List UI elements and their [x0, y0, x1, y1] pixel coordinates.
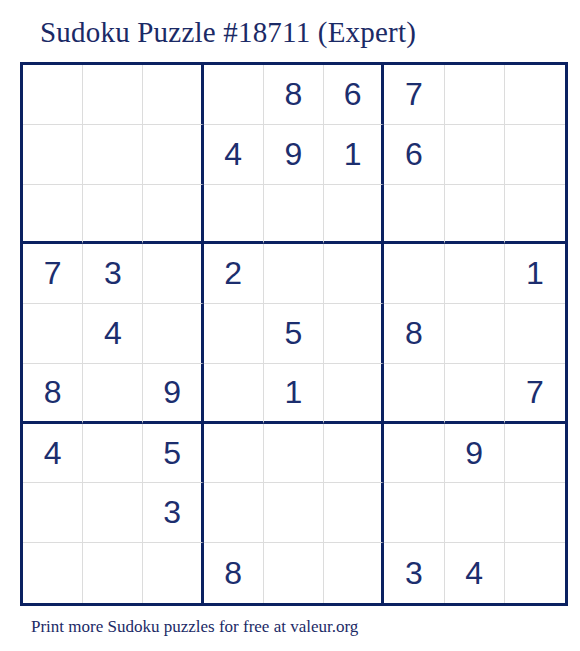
cell-r1c6: 6 [324, 65, 384, 125]
cell-r8c7[interactable] [384, 483, 444, 543]
given-digit: 1 [285, 374, 303, 411]
cell-r7c1: 4 [23, 424, 83, 484]
given-digit: 3 [104, 255, 122, 292]
cell-r3c4[interactable] [204, 185, 264, 245]
cell-r8c8[interactable] [445, 483, 505, 543]
cell-r2c7: 6 [384, 125, 444, 185]
given-digit: 4 [104, 315, 122, 352]
cell-r5c3[interactable] [143, 304, 203, 364]
cell-r9c4: 8 [204, 543, 264, 603]
cell-r4c6[interactable] [324, 244, 384, 304]
cell-r6c9: 7 [505, 364, 565, 424]
given-digit: 6 [344, 76, 362, 113]
cell-r5c1[interactable] [23, 304, 83, 364]
cell-r3c2[interactable] [83, 185, 143, 245]
cell-r1c1[interactable] [23, 65, 83, 125]
cell-r6c7[interactable] [384, 364, 444, 424]
cell-r5c7: 8 [384, 304, 444, 364]
cell-r4c1: 7 [23, 244, 83, 304]
given-digit: 8 [405, 315, 423, 352]
cell-r5c4[interactable] [204, 304, 264, 364]
cell-r4c5[interactable] [264, 244, 324, 304]
cell-r3c9[interactable] [505, 185, 565, 245]
cell-r2c5: 9 [264, 125, 324, 185]
cell-r8c3: 3 [143, 483, 203, 543]
cell-r3c8[interactable] [445, 185, 505, 245]
cell-r9c8: 4 [445, 543, 505, 603]
cell-r1c2[interactable] [83, 65, 143, 125]
cell-r4c9: 1 [505, 244, 565, 304]
cell-r3c7[interactable] [384, 185, 444, 245]
cell-r8c6[interactable] [324, 483, 384, 543]
cell-r4c2: 3 [83, 244, 143, 304]
cell-r3c3[interactable] [143, 185, 203, 245]
given-digit: 1 [526, 255, 544, 292]
cell-r9c3[interactable] [143, 543, 203, 603]
cell-r7c2[interactable] [83, 424, 143, 484]
cell-r2c2[interactable] [83, 125, 143, 185]
given-digit: 7 [526, 374, 544, 411]
cell-r4c4: 2 [204, 244, 264, 304]
cell-r8c5[interactable] [264, 483, 324, 543]
cell-r8c2[interactable] [83, 483, 143, 543]
cell-r3c5[interactable] [264, 185, 324, 245]
given-digit: 5 [163, 435, 181, 472]
cell-r7c7[interactable] [384, 424, 444, 484]
cell-r6c1: 8 [23, 364, 83, 424]
cell-r8c9[interactable] [505, 483, 565, 543]
cell-r1c9[interactable] [505, 65, 565, 125]
cell-r7c3: 5 [143, 424, 203, 484]
cell-r9c5[interactable] [264, 543, 324, 603]
cell-r7c5[interactable] [264, 424, 324, 484]
given-digit: 6 [405, 136, 423, 173]
cell-r2c8[interactable] [445, 125, 505, 185]
cell-r9c6[interactable] [324, 543, 384, 603]
given-digit: 4 [44, 435, 62, 472]
given-digit: 5 [285, 315, 303, 352]
cell-r3c6[interactable] [324, 185, 384, 245]
cell-r9c2[interactable] [83, 543, 143, 603]
cell-r8c1[interactable] [23, 483, 83, 543]
given-digit: 4 [224, 136, 242, 173]
cell-r5c2: 4 [83, 304, 143, 364]
cell-r9c7: 3 [384, 543, 444, 603]
cell-r1c8[interactable] [445, 65, 505, 125]
cell-r6c6[interactable] [324, 364, 384, 424]
cell-r1c3[interactable] [143, 65, 203, 125]
footer-text: Print more Sudoku puzzles for free at va… [31, 617, 358, 637]
given-digit: 1 [344, 136, 362, 173]
cell-r6c2[interactable] [83, 364, 143, 424]
given-digit: 7 [44, 255, 62, 292]
cell-r1c7: 7 [384, 65, 444, 125]
cell-r7c8: 9 [445, 424, 505, 484]
sudoku-page: Sudoku Puzzle #18711 (Expert) 8674916732… [0, 0, 580, 651]
cell-r2c1[interactable] [23, 125, 83, 185]
given-digit: 9 [163, 374, 181, 411]
cell-r7c4[interactable] [204, 424, 264, 484]
page-title: Sudoku Puzzle #18711 (Expert) [40, 16, 416, 49]
cell-r6c5: 1 [264, 364, 324, 424]
cell-r2c6: 1 [324, 125, 384, 185]
given-digit: 3 [163, 494, 181, 531]
cell-r7c9[interactable] [505, 424, 565, 484]
given-digit: 7 [405, 76, 423, 113]
cell-r6c4[interactable] [204, 364, 264, 424]
cell-r3c1[interactable] [23, 185, 83, 245]
cell-r5c8[interactable] [445, 304, 505, 364]
cell-r1c4[interactable] [204, 65, 264, 125]
given-digit: 3 [405, 555, 423, 592]
cell-r4c3[interactable] [143, 244, 203, 304]
given-digit: 4 [465, 555, 483, 592]
given-digit: 8 [44, 374, 62, 411]
cell-r5c6[interactable] [324, 304, 384, 364]
cell-r5c5: 5 [264, 304, 324, 364]
cell-r5c9[interactable] [505, 304, 565, 364]
given-digit: 8 [224, 555, 242, 592]
given-digit: 9 [465, 435, 483, 472]
given-digit: 8 [285, 76, 303, 113]
cell-r2c4: 4 [204, 125, 264, 185]
sudoku-board: 8674916732145889174593834 [20, 62, 568, 606]
cell-r7c6[interactable] [324, 424, 384, 484]
cell-r4c8[interactable] [445, 244, 505, 304]
cell-r2c9[interactable] [505, 125, 565, 185]
given-digit: 2 [224, 255, 242, 292]
cell-r1c5: 8 [264, 65, 324, 125]
cell-r8c4[interactable] [204, 483, 264, 543]
cell-r4c7[interactable] [384, 244, 444, 304]
cell-r9c9[interactable] [505, 543, 565, 603]
cell-r2c3[interactable] [143, 125, 203, 185]
cell-r6c8[interactable] [445, 364, 505, 424]
cell-r6c3: 9 [143, 364, 203, 424]
given-digit: 9 [285, 136, 303, 173]
cell-r9c1[interactable] [23, 543, 83, 603]
